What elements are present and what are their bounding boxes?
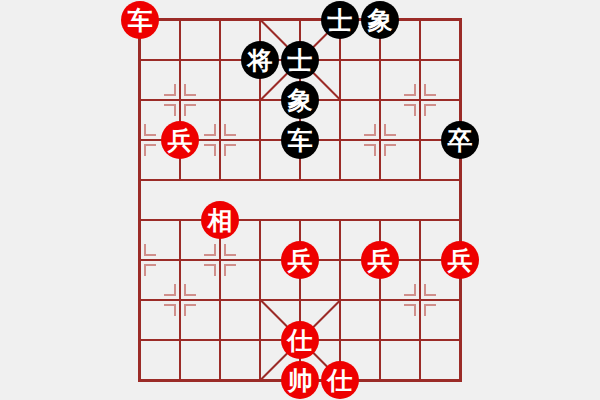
- red-pawn[interactable]: 兵: [161, 121, 199, 159]
- red-chariot[interactable]: 车: [121, 1, 159, 39]
- xiangqi-board[interactable]: 车兵相兵兵兵仕帅仕将士士象象车卒: [140, 20, 460, 380]
- point-marker: [424, 84, 436, 96]
- point-marker: [144, 124, 156, 136]
- point-marker: [224, 144, 236, 156]
- point-marker: [204, 124, 216, 136]
- point-marker: [404, 284, 416, 296]
- point-marker: [164, 304, 176, 316]
- point-marker: [364, 144, 376, 156]
- point-marker: [384, 144, 396, 156]
- black-advisor[interactable]: 士: [281, 41, 319, 79]
- black-elephant[interactable]: 象: [281, 81, 319, 119]
- point-marker: [404, 304, 416, 316]
- point-marker: [164, 104, 176, 116]
- point-marker: [184, 84, 196, 96]
- black-general[interactable]: 将: [241, 41, 279, 79]
- red-pawn[interactable]: 兵: [281, 241, 319, 279]
- point-marker: [424, 304, 436, 316]
- point-marker: [224, 124, 236, 136]
- point-marker: [184, 304, 196, 316]
- red-general[interactable]: 帅: [281, 361, 319, 399]
- point-marker: [144, 264, 156, 276]
- point-marker: [164, 84, 176, 96]
- red-pawn[interactable]: 兵: [361, 241, 399, 279]
- point-marker: [184, 284, 196, 296]
- point-marker: [424, 284, 436, 296]
- red-elephant[interactable]: 相: [201, 201, 239, 239]
- point-marker: [204, 244, 216, 256]
- point-marker: [364, 124, 376, 136]
- point-marker: [424, 104, 436, 116]
- point-marker: [144, 144, 156, 156]
- red-advisor[interactable]: 仕: [321, 361, 359, 399]
- point-marker: [164, 284, 176, 296]
- black-chariot[interactable]: 车: [281, 121, 319, 159]
- red-advisor[interactable]: 仕: [281, 321, 319, 359]
- black-elephant[interactable]: 象: [361, 1, 399, 39]
- point-marker: [384, 124, 396, 136]
- black-advisor[interactable]: 士: [321, 1, 359, 39]
- point-marker: [224, 264, 236, 276]
- point-marker: [224, 244, 236, 256]
- point-marker: [204, 264, 216, 276]
- point-marker: [184, 104, 196, 116]
- point-marker: [404, 84, 416, 96]
- point-marker: [404, 104, 416, 116]
- black-pawn[interactable]: 卒: [441, 121, 479, 159]
- point-marker: [204, 144, 216, 156]
- point-marker: [144, 244, 156, 256]
- red-pawn[interactable]: 兵: [441, 241, 479, 279]
- xiangqi-app: 车兵相兵兵兵仕帅仕将士士象象车卒: [0, 0, 600, 400]
